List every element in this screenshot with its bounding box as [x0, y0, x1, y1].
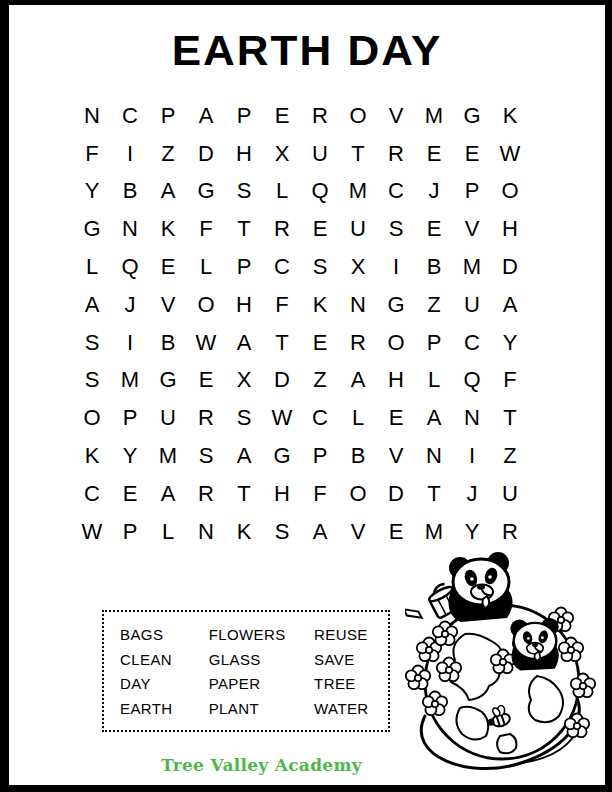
grid-cell-r4c9[interactable]: S: [377, 210, 415, 248]
word-search-grid: NCPAPEROVMGKFIZDHXUTREEWYBAGSLQMCJPOGNKF…: [73, 97, 529, 551]
grid-cell-r5c5[interactable]: P: [225, 248, 263, 286]
grid-cell-r2c9[interactable]: R: [377, 135, 415, 173]
grid-cell-r3c1[interactable]: Y: [73, 173, 111, 211]
grid-cell-r6c2[interactable]: J: [111, 286, 149, 324]
grid-cell-r4c8[interactable]: U: [339, 210, 377, 248]
grid-cell-r7c9[interactable]: O: [377, 324, 415, 362]
grid-cell-r5c1[interactable]: L: [73, 248, 111, 286]
grid-cell-r11c8[interactable]: O: [339, 475, 377, 513]
grid-cell-r11c11[interactable]: J: [453, 475, 491, 513]
grid-cell-r9c8[interactable]: L: [339, 399, 377, 437]
grid-cell-r9c2[interactable]: P: [111, 399, 149, 437]
word-item-paper: PAPER: [209, 672, 314, 697]
grid-cell-r11c4[interactable]: R: [187, 475, 225, 513]
grid-cell-r8c5[interactable]: X: [225, 362, 263, 400]
grid-cell-r2c5[interactable]: H: [225, 135, 263, 173]
word-list-column-3: REUSESAVETREEWATER: [314, 623, 388, 730]
grid-cell-r11c7[interactable]: F: [301, 475, 339, 513]
word-item-flowers: FLOWERS: [209, 623, 314, 648]
grid-cell-r8c6[interactable]: D: [263, 362, 301, 400]
grid-cell-r8c7[interactable]: Z: [301, 362, 339, 400]
grid-cell-r2c12[interactable]: W: [491, 135, 529, 173]
grid-cell-r12c9[interactable]: E: [377, 513, 415, 551]
grid-cell-r7c4[interactable]: W: [187, 324, 225, 362]
grid-cell-r8c10[interactable]: L: [415, 362, 453, 400]
grid-cell-r3c5[interactable]: S: [225, 173, 263, 211]
grid-cell-r5c11[interactable]: M: [453, 248, 491, 286]
grid-cell-r2c2[interactable]: I: [111, 135, 149, 173]
grid-cell-r9c3[interactable]: U: [149, 399, 187, 437]
grid-cell-r9c6[interactable]: W: [263, 399, 301, 437]
grid-cell-r6c7[interactable]: K: [301, 286, 339, 324]
grid-cell-r1c2[interactable]: C: [111, 97, 149, 135]
grid-cell-r4c1[interactable]: G: [73, 210, 111, 248]
grid-cell-r8c12[interactable]: F: [491, 362, 529, 400]
grid-cell-r7c6[interactable]: T: [263, 324, 301, 362]
grid-cell-r5c2[interactable]: Q: [111, 248, 149, 286]
grid-cell-r5c4[interactable]: L: [187, 248, 225, 286]
grid-cell-r9c12[interactable]: T: [491, 399, 529, 437]
grid-cell-r4c4[interactable]: F: [187, 210, 225, 248]
grid-cell-r12c11[interactable]: Y: [453, 513, 491, 551]
grid-cell-r1c11[interactable]: G: [453, 97, 491, 135]
grid-cell-r10c2[interactable]: Y: [111, 437, 149, 475]
grid-cell-r9c5[interactable]: S: [225, 399, 263, 437]
grid-cell-r2c1[interactable]: F: [73, 135, 111, 173]
grid-cell-r6c3[interactable]: V: [149, 286, 187, 324]
grid-cell-r1c7[interactable]: R: [301, 97, 339, 135]
grid-cell-r11c1[interactable]: C: [73, 475, 111, 513]
word-item-clean: CLEAN: [120, 648, 209, 673]
grid-cell-r7c12[interactable]: Y: [491, 324, 529, 362]
grid-cell-r4c12[interactable]: H: [491, 210, 529, 248]
grid-cell-r10c10[interactable]: N: [415, 437, 453, 475]
grid-cell-r7c8[interactable]: R: [339, 324, 377, 362]
grid-cell-r8c11[interactable]: Q: [453, 362, 491, 400]
grid-cell-r12c7[interactable]: A: [301, 513, 339, 551]
grid-cell-r12c5[interactable]: K: [225, 513, 263, 551]
grid-cell-r5c12[interactable]: D: [491, 248, 529, 286]
grid-cell-r12c12[interactable]: R: [491, 513, 529, 551]
grid-cell-r1c8[interactable]: O: [339, 97, 377, 135]
grid-cell-r6c1[interactable]: A: [73, 286, 111, 324]
grid-cell-r9c4[interactable]: R: [187, 399, 225, 437]
grid-cell-r2c6[interactable]: X: [263, 135, 301, 173]
word-item-bags: BAGS: [120, 623, 209, 648]
grid-cell-r8c9[interactable]: H: [377, 362, 415, 400]
grid-cell-r1c6[interactable]: E: [263, 97, 301, 135]
word-item-save: SAVE: [314, 648, 388, 673]
grid-cell-r6c11[interactable]: U: [453, 286, 491, 324]
grid-cell-r3c12[interactable]: O: [491, 173, 529, 211]
grid-cell-r10c9[interactable]: V: [377, 437, 415, 475]
grid-cell-r10c6[interactable]: G: [263, 437, 301, 475]
grid-cell-r6c12[interactable]: A: [491, 286, 529, 324]
grid-cell-r1c9[interactable]: V: [377, 97, 415, 135]
word-list-box: BAGSCLEANDAYEARTH FLOWERSGLASSPAPERPLANT…: [102, 610, 390, 732]
grid-cell-r10c1[interactable]: K: [73, 437, 111, 475]
grid-cell-r6c9[interactable]: G: [377, 286, 415, 324]
grid-cell-r10c7[interactable]: P: [301, 437, 339, 475]
grid-cell-r12c3[interactable]: L: [149, 513, 187, 551]
grid-cell-r6c4[interactable]: O: [187, 286, 225, 324]
grid-cell-r3c4[interactable]: G: [187, 173, 225, 211]
worksheet-page: EARTH DAY NCPAPEROVMGKFIZDHXUTREEWYBAGSL…: [0, 0, 612, 792]
word-item-day: DAY: [120, 672, 209, 697]
grid-cell-r7c3[interactable]: B: [149, 324, 187, 362]
grid-cell-r12c2[interactable]: P: [111, 513, 149, 551]
grid-cell-r10c3[interactable]: M: [149, 437, 187, 475]
grid-cell-r2c10[interactable]: E: [415, 135, 453, 173]
grid-cell-r1c10[interactable]: M: [415, 97, 453, 135]
grid-cell-r3c9[interactable]: C: [377, 173, 415, 211]
word-item-water: WATER: [314, 697, 388, 722]
grid-cell-r2c7[interactable]: U: [301, 135, 339, 173]
grid-cell-r3c8[interactable]: M: [339, 173, 377, 211]
grid-cell-r8c4[interactable]: E: [187, 362, 225, 400]
panda-icon: [449, 552, 513, 622]
grid-cell-r9c10[interactable]: A: [415, 399, 453, 437]
grid-cell-r2c11[interactable]: E: [453, 135, 491, 173]
grid-cell-r11c10[interactable]: T: [415, 475, 453, 513]
grid-cell-r3c2[interactable]: B: [111, 173, 149, 211]
grid-cell-r5c8[interactable]: X: [339, 248, 377, 286]
grid-cell-r6c5[interactable]: H: [225, 286, 263, 324]
grid-cell-r5c6[interactable]: C: [263, 248, 301, 286]
grid-cell-r10c11[interactable]: I: [453, 437, 491, 475]
grid-cell-r6c6[interactable]: F: [263, 286, 301, 324]
grid-cell-r5c3[interactable]: E: [149, 248, 187, 286]
grid-cell-r7c2[interactable]: I: [111, 324, 149, 362]
grid-cell-r9c1[interactable]: O: [73, 399, 111, 437]
word-item-earth: EARTH: [120, 697, 209, 722]
grid-cell-r4c3[interactable]: K: [149, 210, 187, 248]
grid-cell-r10c12[interactable]: Z: [491, 437, 529, 475]
grid-cell-r8c8[interactable]: A: [339, 362, 377, 400]
grid-cell-r12c10[interactable]: M: [415, 513, 453, 551]
grid-cell-r9c11[interactable]: N: [453, 399, 491, 437]
grid-cell-r6c10[interactable]: Z: [415, 286, 453, 324]
grid-cell-r3c11[interactable]: P: [453, 173, 491, 211]
grid-cell-r4c6[interactable]: R: [263, 210, 301, 248]
word-item-tree: TREE: [314, 672, 388, 697]
grid-cell-r3c7[interactable]: Q: [301, 173, 339, 211]
grid-cell-r9c7[interactable]: C: [301, 399, 339, 437]
grid-cell-r3c6[interactable]: L: [263, 173, 301, 211]
grid-cell-r12c4[interactable]: N: [187, 513, 225, 551]
grid-cell-r10c8[interactable]: B: [339, 437, 377, 475]
grid-cell-r12c1[interactable]: W: [73, 513, 111, 551]
grid-cell-r7c1[interactable]: S: [73, 324, 111, 362]
grid-cell-r8c1[interactable]: S: [73, 362, 111, 400]
grid-cell-r7c5[interactable]: A: [225, 324, 263, 362]
pandas-globe-illustration: [405, 550, 610, 778]
grid-cell-r1c3[interactable]: P: [149, 97, 187, 135]
grid-cell-r12c8[interactable]: V: [339, 513, 377, 551]
panda-icon: [510, 618, 558, 670]
grid-cell-r5c9[interactable]: I: [377, 248, 415, 286]
grid-cell-r1c1[interactable]: N: [73, 97, 111, 135]
grid-cell-r4c2[interactable]: N: [111, 210, 149, 248]
word-item-glass: GLASS: [209, 648, 314, 673]
grid-cell-r6c8[interactable]: N: [339, 286, 377, 324]
grid-cell-r12c6[interactable]: S: [263, 513, 301, 551]
grid-cell-r8c3[interactable]: G: [149, 362, 187, 400]
grid-cell-r4c5[interactable]: T: [225, 210, 263, 248]
grid-cell-r7c11[interactable]: C: [453, 324, 491, 362]
grid-cell-r4c10[interactable]: E: [415, 210, 453, 248]
word-list-column-1: BAGSCLEANDAYEARTH: [120, 623, 209, 730]
grid-cell-r5c10[interactable]: B: [415, 248, 453, 286]
grid-cell-r2c3[interactable]: Z: [149, 135, 187, 173]
grid-cell-r11c3[interactable]: A: [149, 475, 187, 513]
word-item-reuse: REUSE: [314, 623, 388, 648]
grid-cell-r2c8[interactable]: T: [339, 135, 377, 173]
grid-cell-r2c4[interactable]: D: [187, 135, 225, 173]
grid-cell-r1c4[interactable]: A: [187, 97, 225, 135]
page-title: EARTH DAY: [9, 26, 605, 75]
grid-cell-r8c2[interactable]: M: [111, 362, 149, 400]
word-item-plant: PLANT: [209, 697, 314, 722]
grid-cell-r4c7[interactable]: E: [301, 210, 339, 248]
grid-cell-r11c2[interactable]: E: [111, 475, 149, 513]
grid-cell-r1c5[interactable]: P: [225, 97, 263, 135]
grid-cell-r7c10[interactable]: P: [415, 324, 453, 362]
grid-cell-r5c7[interactable]: S: [301, 248, 339, 286]
word-list-column-2: FLOWERSGLASSPAPERPLANT: [209, 623, 314, 730]
grid-cell-r1c12[interactable]: K: [491, 97, 529, 135]
grid-cell-r11c9[interactable]: D: [377, 475, 415, 513]
grid-cell-r11c5[interactable]: T: [225, 475, 263, 513]
grid-cell-r11c6[interactable]: H: [263, 475, 301, 513]
grid-cell-r9c9[interactable]: E: [377, 399, 415, 437]
grid-cell-r3c10[interactable]: J: [415, 173, 453, 211]
grid-cell-r10c4[interactable]: S: [187, 437, 225, 475]
grid-cell-r7c7[interactable]: E: [301, 324, 339, 362]
grid-cell-r4c11[interactable]: V: [453, 210, 491, 248]
grid-cell-r10c5[interactable]: A: [225, 437, 263, 475]
grid-cell-r3c3[interactable]: A: [149, 173, 187, 211]
grid-cell-r11c12[interactable]: U: [491, 475, 529, 513]
